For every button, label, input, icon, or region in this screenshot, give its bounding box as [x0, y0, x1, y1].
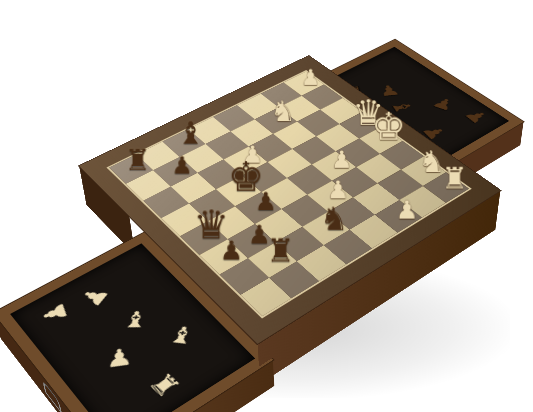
square-a8[interactable]: ♜ [109, 154, 153, 183]
black-bishop[interactable]: ♝ [177, 117, 205, 148]
captured-white-pawn[interactable]: ♟ [76, 284, 114, 310]
black-pawn[interactable]: ♟ [220, 238, 244, 264]
black-knight[interactable]: ♞ [320, 203, 349, 235]
white-pawn[interactable]: ♟ [327, 178, 349, 203]
white-rook[interactable]: ♜ [441, 164, 467, 193]
captured-white-bishop[interactable]: ♝ [165, 323, 198, 348]
white-pawn[interactable]: ♟ [396, 198, 419, 223]
captured-black-pawn[interactable]: ♟ [377, 83, 402, 99]
white-pawn[interactable]: ♟ [301, 67, 320, 89]
captured-white-rook[interactable]: ♜ [144, 369, 185, 402]
black-pawn[interactable]: ♟ [171, 154, 193, 178]
captured-black-bishop[interactable]: ♝ [387, 99, 416, 116]
drawer-handle[interactable] [42, 379, 62, 412]
captured-white-bishop[interactable]: ♝ [120, 309, 150, 331]
chess-box-scene: ♞♟♝♟♟♟ ♟♟♝♟♝♜ ♜♝♟♟♞♟♚♛♛♟♟♚♟♟♟♜♞♞♟♜ [0, 0, 533, 412]
white-knight[interactable]: ♞ [270, 98, 295, 126]
black-rook[interactable]: ♜ [266, 235, 294, 267]
black-pawn[interactable]: ♟ [255, 189, 277, 214]
captured-black-pawn[interactable]: ♟ [429, 95, 458, 114]
white-pawn[interactable]: ♟ [331, 148, 352, 172]
black-rook[interactable]: ♜ [125, 146, 151, 175]
captured-black-pawn[interactable]: ♟ [461, 107, 492, 126]
captured-black-knight[interactable]: ♞ [339, 84, 364, 97]
captured-white-pawn[interactable]: ♟ [106, 344, 134, 371]
captured-white-pawn[interactable]: ♟ [38, 300, 73, 327]
